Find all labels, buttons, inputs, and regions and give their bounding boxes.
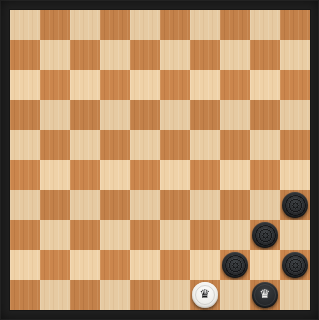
- light-square-r5c7: [220, 160, 250, 190]
- light-square-r1c9: [280, 40, 310, 70]
- square-25[interactable]: [280, 130, 310, 160]
- square-22[interactable]: [100, 130, 130, 160]
- light-square-r1c3: [100, 40, 130, 70]
- piece-rings: [225, 255, 246, 276]
- light-square-r1c7: [220, 40, 250, 70]
- light-square-r8c2: [70, 250, 100, 280]
- square-19[interactable]: [190, 100, 220, 130]
- square-42[interactable]: [100, 250, 130, 280]
- piece-rings: [285, 195, 306, 216]
- light-square-r4c6: [190, 130, 220, 160]
- light-square-r4c2: [70, 130, 100, 160]
- square-18[interactable]: [130, 100, 160, 130]
- square-9[interactable]: [190, 40, 220, 70]
- black-man-44[interactable]: [222, 252, 248, 278]
- white-king-49[interactable]: ♛: [192, 282, 218, 308]
- light-square-r6c4: [130, 190, 160, 220]
- square-1[interactable]: [40, 10, 70, 40]
- square-8[interactable]: [130, 40, 160, 70]
- light-square-r0c6: [190, 10, 220, 40]
- light-square-r2c2: [70, 70, 100, 100]
- square-3[interactable]: [160, 10, 190, 40]
- light-square-r5c9: [280, 160, 310, 190]
- square-34[interactable]: [220, 190, 250, 220]
- light-square-r4c0: [10, 130, 40, 160]
- light-square-r6c6: [190, 190, 220, 220]
- square-46[interactable]: [10, 280, 40, 310]
- light-square-r2c0: [10, 70, 40, 100]
- light-square-r4c4: [130, 130, 160, 160]
- light-square-r3c7: [220, 100, 250, 130]
- light-square-r5c3: [100, 160, 130, 190]
- square-28[interactable]: [130, 160, 160, 190]
- light-square-r3c1: [40, 100, 70, 130]
- square-5[interactable]: [280, 10, 310, 40]
- light-square-r7c5: [160, 220, 190, 250]
- square-31[interactable]: [40, 190, 70, 220]
- square-38[interactable]: [130, 220, 160, 250]
- square-40[interactable]: [250, 220, 280, 250]
- square-12[interactable]: [100, 70, 130, 100]
- square-15[interactable]: [280, 70, 310, 100]
- square-33[interactable]: [160, 190, 190, 220]
- square-10[interactable]: [250, 40, 280, 70]
- light-square-r1c1: [40, 40, 70, 70]
- square-49[interactable]: ♛: [190, 280, 220, 310]
- square-20[interactable]: [250, 100, 280, 130]
- crown-icon: ♛: [200, 288, 211, 300]
- light-square-r3c5: [160, 100, 190, 130]
- square-6[interactable]: [10, 40, 40, 70]
- piece-rings: [285, 255, 306, 276]
- square-39[interactable]: [190, 220, 220, 250]
- square-4[interactable]: [220, 10, 250, 40]
- crown-icon: ♛: [260, 288, 271, 300]
- light-square-r6c8: [250, 190, 280, 220]
- square-44[interactable]: [220, 250, 250, 280]
- light-square-r9c5: [160, 280, 190, 310]
- square-26[interactable]: [10, 160, 40, 190]
- square-50[interactable]: ♛: [250, 280, 280, 310]
- checkers-board: ♛♛: [10, 10, 310, 310]
- light-square-r0c8: [250, 10, 280, 40]
- light-square-r3c9: [280, 100, 310, 130]
- light-square-r7c7: [220, 220, 250, 250]
- square-47[interactable]: [70, 280, 100, 310]
- square-48[interactable]: [130, 280, 160, 310]
- light-square-r9c1: [40, 280, 70, 310]
- square-37[interactable]: [70, 220, 100, 250]
- light-square-r9c7: [220, 280, 250, 310]
- light-square-r2c8: [250, 70, 280, 100]
- square-16[interactable]: [10, 100, 40, 130]
- light-square-r3c3: [100, 100, 130, 130]
- light-square-r1c5: [160, 40, 190, 70]
- light-square-r8c0: [10, 250, 40, 280]
- black-king-50[interactable]: ♛: [252, 282, 278, 308]
- light-square-r2c4: [130, 70, 160, 100]
- light-square-r8c8: [250, 250, 280, 280]
- black-man-45[interactable]: [282, 252, 308, 278]
- piece-rings: [255, 225, 276, 246]
- light-square-r7c9: [280, 220, 310, 250]
- square-32[interactable]: [100, 190, 130, 220]
- square-11[interactable]: [40, 70, 70, 100]
- square-36[interactable]: [10, 220, 40, 250]
- square-17[interactable]: [70, 100, 100, 130]
- square-13[interactable]: [160, 70, 190, 100]
- square-27[interactable]: [70, 160, 100, 190]
- light-square-r9c9: [280, 280, 310, 310]
- light-square-r4c8: [250, 130, 280, 160]
- square-7[interactable]: [70, 40, 100, 70]
- square-29[interactable]: [190, 160, 220, 190]
- board-frame: ♛♛: [0, 0, 319, 320]
- black-man-40[interactable]: [252, 222, 278, 248]
- light-square-r6c0: [10, 190, 40, 220]
- light-square-r5c5: [160, 160, 190, 190]
- square-43[interactable]: [160, 250, 190, 280]
- square-14[interactable]: [220, 70, 250, 100]
- black-man-35[interactable]: [282, 192, 308, 218]
- square-35[interactable]: [280, 190, 310, 220]
- light-square-r0c2: [70, 10, 100, 40]
- light-square-r7c1: [40, 220, 70, 250]
- square-41[interactable]: [40, 250, 70, 280]
- square-2[interactable]: [100, 10, 130, 40]
- square-23[interactable]: [160, 130, 190, 160]
- light-square-r7c3: [100, 220, 130, 250]
- square-45[interactable]: [280, 250, 310, 280]
- light-square-r5c1: [40, 160, 70, 190]
- square-24[interactable]: [220, 130, 250, 160]
- light-square-r0c0: [10, 10, 40, 40]
- light-square-r0c4: [130, 10, 160, 40]
- light-square-r8c6: [190, 250, 220, 280]
- light-square-r9c3: [100, 280, 130, 310]
- square-21[interactable]: [40, 130, 70, 160]
- light-square-r6c2: [70, 190, 100, 220]
- light-square-r8c4: [130, 250, 160, 280]
- light-square-r2c6: [190, 70, 220, 100]
- square-30[interactable]: [250, 160, 280, 190]
